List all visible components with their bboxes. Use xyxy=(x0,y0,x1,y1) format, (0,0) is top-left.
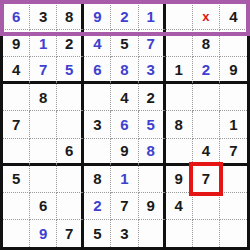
cell-r8c7[interactable]: 4 xyxy=(166,193,193,220)
cell-r6c2[interactable] xyxy=(30,139,57,166)
cell-r5c7[interactable]: 8 xyxy=(166,111,193,138)
cell-r7c9[interactable] xyxy=(220,166,247,193)
cell-r5c2[interactable] xyxy=(30,111,57,138)
cell-r2c2[interactable]: 1 xyxy=(30,30,57,57)
cell-r5c4[interactable]: 3 xyxy=(84,111,111,138)
cell-r5c9[interactable]: 1 xyxy=(220,111,247,138)
cell-r1c8[interactable]: x xyxy=(193,3,220,30)
cell-r2c1[interactable]: 9 xyxy=(3,30,30,57)
cell-r3c2[interactable]: 7 xyxy=(30,57,57,84)
cell-r8c4[interactable]: 2 xyxy=(84,193,111,220)
cell-r8c9[interactable] xyxy=(220,193,247,220)
cell-r8c3[interactable] xyxy=(57,193,84,220)
cell-r6c9[interactable]: 7 xyxy=(220,139,247,166)
cell-r1c4[interactable]: 9 xyxy=(84,3,111,30)
cell-r5c5[interactable]: 6 xyxy=(111,111,138,138)
cell-r4c8[interactable] xyxy=(193,84,220,111)
cell-r9c8[interactable] xyxy=(193,220,220,247)
cell-r9c5[interactable]: 3 xyxy=(111,220,138,247)
cell-r6c4[interactable] xyxy=(84,139,111,166)
cell-r8c8[interactable] xyxy=(193,193,220,220)
cell-r7c8[interactable]: 7 xyxy=(193,166,220,193)
cell-r7c2[interactable] xyxy=(30,166,57,193)
cell-r7c5[interactable]: 1 xyxy=(111,166,138,193)
cell-r9c7[interactable] xyxy=(166,220,193,247)
cell-r2c4[interactable]: 4 xyxy=(84,30,111,57)
cell-r1c9[interactable]: 4 xyxy=(220,3,247,30)
cell-r4c2[interactable]: 8 xyxy=(30,84,57,111)
cell-r4c1[interactable] xyxy=(3,84,30,111)
cell-r5c8[interactable] xyxy=(193,111,220,138)
cell-r7c3[interactable] xyxy=(57,166,84,193)
cell-r3c1[interactable]: 4 xyxy=(3,57,30,84)
cell-r7c6[interactable] xyxy=(139,166,166,193)
cell-r9c1[interactable] xyxy=(3,220,30,247)
cell-r3c7[interactable]: 1 xyxy=(166,57,193,84)
cell-r8c5[interactable]: 7 xyxy=(111,193,138,220)
cell-r4c7[interactable] xyxy=(166,84,193,111)
cell-r4c4[interactable] xyxy=(84,84,111,111)
cell-r1c5[interactable]: 2 xyxy=(111,3,138,30)
cell-r3c5[interactable]: 8 xyxy=(111,57,138,84)
sudoku-grid: 638921x491245784756831298427365816984758… xyxy=(3,3,247,247)
cell-r6c1[interactable] xyxy=(3,139,30,166)
cell-r2c6[interactable]: 7 xyxy=(139,30,166,57)
cell-r2c5[interactable]: 5 xyxy=(111,30,138,57)
cell-r1c7[interactable] xyxy=(166,3,193,30)
cell-r2c3[interactable]: 2 xyxy=(57,30,84,57)
cell-r4c9[interactable] xyxy=(220,84,247,111)
cell-r7c4[interactable]: 8 xyxy=(84,166,111,193)
sudoku-board: 638921x491245784756831298427365816984758… xyxy=(0,0,250,250)
cell-r6c7[interactable] xyxy=(166,139,193,166)
cell-r2c8[interactable]: 8 xyxy=(193,30,220,57)
cell-r4c3[interactable] xyxy=(57,84,84,111)
cell-r9c3[interactable]: 7 xyxy=(57,220,84,247)
cell-r8c1[interactable] xyxy=(3,193,30,220)
cell-r3c6[interactable]: 3 xyxy=(139,57,166,84)
cell-r6c8[interactable]: 4 xyxy=(193,139,220,166)
cell-r6c5[interactable]: 9 xyxy=(111,139,138,166)
cell-r6c3[interactable]: 6 xyxy=(57,139,84,166)
cell-r9c2[interactable]: 9 xyxy=(30,220,57,247)
cell-r9c4[interactable]: 5 xyxy=(84,220,111,247)
cell-r8c6[interactable]: 9 xyxy=(139,193,166,220)
cell-r9c9[interactable] xyxy=(220,220,247,247)
cell-r3c3[interactable]: 5 xyxy=(57,57,84,84)
cell-r2c9[interactable] xyxy=(220,30,247,57)
cell-r1c6[interactable]: 1 xyxy=(139,3,166,30)
cell-r4c6[interactable]: 2 xyxy=(139,84,166,111)
cell-r8c2[interactable]: 6 xyxy=(30,193,57,220)
cell-r7c7[interactable]: 9 xyxy=(166,166,193,193)
cell-r5c6[interactable]: 5 xyxy=(139,111,166,138)
cell-r1c1[interactable]: 6 xyxy=(3,3,30,30)
cell-r4c5[interactable]: 4 xyxy=(111,84,138,111)
cell-r3c9[interactable]: 9 xyxy=(220,57,247,84)
cell-r3c8[interactable]: 2 xyxy=(193,57,220,84)
cell-r1c2[interactable]: 3 xyxy=(30,3,57,30)
cell-r3c4[interactable]: 6 xyxy=(84,57,111,84)
cell-r7c1[interactable]: 5 xyxy=(3,166,30,193)
cell-r2c7[interactable] xyxy=(166,30,193,57)
cell-r9c6[interactable] xyxy=(139,220,166,247)
cell-r5c1[interactable]: 7 xyxy=(3,111,30,138)
cell-r6c6[interactable]: 8 xyxy=(139,139,166,166)
cell-r5c3[interactable] xyxy=(57,111,84,138)
cell-r1c3[interactable]: 8 xyxy=(57,3,84,30)
